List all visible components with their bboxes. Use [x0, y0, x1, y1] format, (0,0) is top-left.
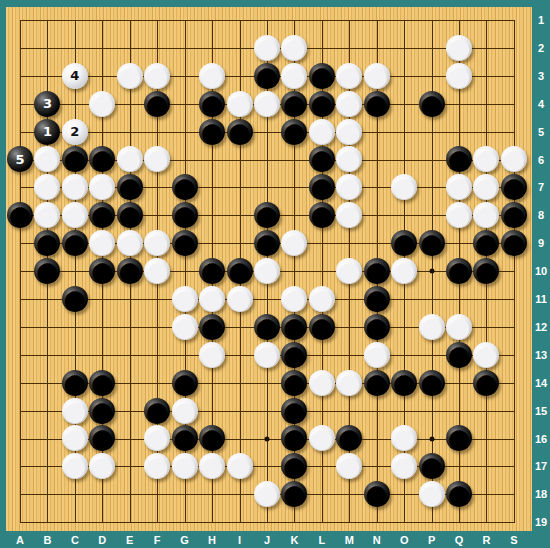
- intersection-J19[interactable]: [253, 508, 280, 536]
- stone-black[interactable]: ●: [281, 342, 307, 368]
- intersection-M2[interactable]: [336, 34, 363, 62]
- stone-white[interactable]: ●: [281, 230, 307, 256]
- intersection-P4[interactable]: ●: [418, 90, 445, 118]
- intersection-G18[interactable]: [171, 480, 198, 508]
- intersection-I14[interactable]: [226, 369, 253, 397]
- intersection-P6[interactable]: [418, 146, 445, 174]
- intersection-N13[interactable]: ●: [363, 341, 390, 369]
- stone-black[interactable]: ●: [172, 202, 198, 228]
- stone-white[interactable]: ●: [144, 63, 170, 89]
- intersection-Q9[interactable]: [445, 229, 472, 257]
- intersection-M8[interactable]: ●: [336, 201, 363, 229]
- intersection-E8[interactable]: ●: [116, 201, 143, 229]
- intersection-O6[interactable]: [390, 146, 417, 174]
- intersection-G11[interactable]: ●: [171, 285, 198, 313]
- intersection-F12[interactable]: [143, 313, 170, 341]
- stone-white[interactable]: ●: [227, 453, 253, 479]
- intersection-Q3[interactable]: ●: [445, 62, 472, 90]
- stone-white[interactable]: ●: [473, 342, 499, 368]
- intersection-B17[interactable]: [34, 452, 61, 480]
- intersection-S4[interactable]: [500, 90, 527, 118]
- intersection-L14[interactable]: ●: [308, 369, 335, 397]
- stone-black[interactable]: 3: [34, 91, 60, 117]
- intersection-E9[interactable]: ●: [116, 229, 143, 257]
- stone-white[interactable]: ●: [199, 63, 225, 89]
- stone-black[interactable]: ●: [501, 230, 527, 256]
- intersection-E15[interactable]: [116, 397, 143, 425]
- intersection-Q16[interactable]: ●: [445, 424, 472, 452]
- intersection-J16[interactable]: [253, 424, 280, 452]
- stone-black[interactable]: ●: [89, 370, 115, 396]
- intersection-P11[interactable]: [418, 285, 445, 313]
- intersection-H6[interactable]: [198, 146, 225, 174]
- intersection-F5[interactable]: [143, 118, 170, 146]
- intersection-F13[interactable]: [143, 341, 170, 369]
- stone-white[interactable]: ●: [446, 314, 472, 340]
- intersection-F8[interactable]: [143, 201, 170, 229]
- intersection-R19[interactable]: [473, 508, 500, 536]
- intersection-K17[interactable]: ●: [281, 452, 308, 480]
- intersection-P8[interactable]: [418, 201, 445, 229]
- intersection-H8[interactable]: [198, 201, 225, 229]
- stone-white[interactable]: ●: [199, 342, 225, 368]
- intersection-C1[interactable]: [61, 6, 88, 34]
- stone-black[interactable]: ●: [446, 481, 472, 507]
- stone-white[interactable]: ●: [281, 286, 307, 312]
- stone-white[interactable]: ●: [117, 230, 143, 256]
- intersection-Q8[interactable]: ●: [445, 201, 472, 229]
- intersection-A7[interactable]: [6, 173, 33, 201]
- intersection-Q17[interactable]: [445, 452, 472, 480]
- intersection-K11[interactable]: ●: [281, 285, 308, 313]
- stone-white[interactable]: ●: [62, 425, 88, 451]
- intersection-R5[interactable]: [473, 118, 500, 146]
- stone-black[interactable]: ●: [281, 425, 307, 451]
- stone-black[interactable]: ●: [446, 146, 472, 172]
- intersection-L6[interactable]: ●: [308, 146, 335, 174]
- stone-white[interactable]: ●: [254, 35, 280, 61]
- intersection-M4[interactable]: ●: [336, 90, 363, 118]
- stone-white[interactable]: ●: [336, 91, 362, 117]
- stone-white[interactable]: ●: [144, 258, 170, 284]
- stone-white[interactable]: ●: [62, 398, 88, 424]
- intersection-B12[interactable]: [34, 313, 61, 341]
- intersection-B19[interactable]: [34, 508, 61, 536]
- intersection-G15[interactable]: ●: [171, 397, 198, 425]
- intersection-P14[interactable]: ●: [418, 369, 445, 397]
- intersection-Q2[interactable]: ●: [445, 34, 472, 62]
- intersection-L7[interactable]: ●: [308, 173, 335, 201]
- intersection-O9[interactable]: ●: [390, 229, 417, 257]
- intersection-G9[interactable]: ●: [171, 229, 198, 257]
- intersection-G13[interactable]: [171, 341, 198, 369]
- stone-black[interactable]: ●: [144, 398, 170, 424]
- intersection-R10[interactable]: ●: [473, 257, 500, 285]
- intersection-K2[interactable]: ●: [281, 34, 308, 62]
- intersection-Q14[interactable]: [445, 369, 472, 397]
- intersection-I9[interactable]: [226, 229, 253, 257]
- intersection-R1[interactable]: [473, 6, 500, 34]
- intersection-N6[interactable]: [363, 146, 390, 174]
- stone-black[interactable]: ●: [254, 314, 280, 340]
- intersection-J13[interactable]: ●: [253, 341, 280, 369]
- stone-white[interactable]: ●: [199, 286, 225, 312]
- stone-black[interactable]: ●: [446, 258, 472, 284]
- intersection-J11[interactable]: [253, 285, 280, 313]
- intersection-C4[interactable]: [61, 90, 88, 118]
- stone-white[interactable]: ●: [391, 453, 417, 479]
- intersection-N14[interactable]: ●: [363, 369, 390, 397]
- stone-black[interactable]: ●: [227, 258, 253, 284]
- intersection-H12[interactable]: ●: [198, 313, 225, 341]
- intersection-S12[interactable]: [500, 313, 527, 341]
- stone-black[interactable]: ●: [419, 230, 445, 256]
- intersection-C17[interactable]: ●: [61, 452, 88, 480]
- intersection-S8[interactable]: ●: [500, 201, 527, 229]
- intersection-J10[interactable]: ●: [253, 257, 280, 285]
- intersection-F11[interactable]: [143, 285, 170, 313]
- stone-black[interactable]: ●: [89, 258, 115, 284]
- intersection-D3[interactable]: [89, 62, 116, 90]
- intersection-B9[interactable]: ●: [34, 229, 61, 257]
- stone-white[interactable]: ●: [89, 91, 115, 117]
- intersection-A8[interactable]: ●: [6, 201, 33, 229]
- stone-white[interactable]: ●: [391, 425, 417, 451]
- stone-white[interactable]: ●: [501, 146, 527, 172]
- intersection-C11[interactable]: ●: [61, 285, 88, 313]
- stone-white[interactable]: ●: [336, 174, 362, 200]
- intersection-G3[interactable]: [171, 62, 198, 90]
- intersection-C13[interactable]: [61, 341, 88, 369]
- stone-black[interactable]: ●: [34, 230, 60, 256]
- stone-white[interactable]: ●: [473, 174, 499, 200]
- intersection-K10[interactable]: [281, 257, 308, 285]
- intersection-E2[interactable]: [116, 34, 143, 62]
- intersection-R4[interactable]: [473, 90, 500, 118]
- intersection-P19[interactable]: [418, 508, 445, 536]
- intersection-A18[interactable]: [6, 480, 33, 508]
- stone-black[interactable]: ●: [254, 63, 280, 89]
- intersection-M1[interactable]: [336, 6, 363, 34]
- intersection-S11[interactable]: [500, 285, 527, 313]
- intersection-B14[interactable]: [34, 369, 61, 397]
- stone-black[interactable]: 1: [34, 119, 60, 145]
- stone-white[interactable]: ●: [419, 314, 445, 340]
- intersection-O15[interactable]: [390, 397, 417, 425]
- intersection-Q5[interactable]: [445, 118, 472, 146]
- stone-black[interactable]: 5: [7, 146, 33, 172]
- intersection-O8[interactable]: [390, 201, 417, 229]
- intersection-C15[interactable]: ●: [61, 397, 88, 425]
- intersection-C8[interactable]: ●: [61, 201, 88, 229]
- intersection-A3[interactable]: [6, 62, 33, 90]
- intersection-A17[interactable]: [6, 452, 33, 480]
- intersection-K7[interactable]: [281, 173, 308, 201]
- intersection-N4[interactable]: ●: [363, 90, 390, 118]
- intersection-L8[interactable]: ●: [308, 201, 335, 229]
- intersection-L18[interactable]: [308, 480, 335, 508]
- intersection-Q1[interactable]: [445, 6, 472, 34]
- intersection-M19[interactable]: [336, 508, 363, 536]
- intersection-N12[interactable]: ●: [363, 313, 390, 341]
- intersection-A16[interactable]: [6, 424, 33, 452]
- intersection-R2[interactable]: [473, 34, 500, 62]
- stone-white[interactable]: ●: [309, 370, 335, 396]
- stone-white[interactable]: ●: [254, 342, 280, 368]
- intersection-I5[interactable]: ●: [226, 118, 253, 146]
- intersection-C3[interactable]: 4: [61, 62, 88, 90]
- intersection-M16[interactable]: ●: [336, 424, 363, 452]
- stone-black[interactable]: ●: [89, 398, 115, 424]
- stone-black[interactable]: ●: [419, 91, 445, 117]
- intersection-L9[interactable]: [308, 229, 335, 257]
- stone-black[interactable]: ●: [446, 425, 472, 451]
- intersection-D16[interactable]: ●: [89, 424, 116, 452]
- intersection-F7[interactable]: [143, 173, 170, 201]
- intersection-D6[interactable]: ●: [89, 146, 116, 174]
- stone-white[interactable]: ●: [446, 174, 472, 200]
- intersection-C9[interactable]: ●: [61, 229, 88, 257]
- intersection-R17[interactable]: [473, 452, 500, 480]
- stone-white[interactable]: ●: [254, 258, 280, 284]
- intersection-B3[interactable]: [34, 62, 61, 90]
- intersection-H7[interactable]: [198, 173, 225, 201]
- intersection-O12[interactable]: [390, 313, 417, 341]
- stone-white[interactable]: ●: [34, 202, 60, 228]
- intersection-C10[interactable]: [61, 257, 88, 285]
- intersection-I11[interactable]: ●: [226, 285, 253, 313]
- stone-black[interactable]: ●: [117, 202, 143, 228]
- intersection-M10[interactable]: ●: [336, 257, 363, 285]
- stone-black[interactable]: ●: [473, 230, 499, 256]
- intersection-L3[interactable]: ●: [308, 62, 335, 90]
- stone-black[interactable]: ●: [62, 146, 88, 172]
- stone-white[interactable]: ●: [446, 35, 472, 61]
- intersection-R13[interactable]: ●: [473, 341, 500, 369]
- stone-black[interactable]: ●: [117, 174, 143, 200]
- intersection-C2[interactable]: [61, 34, 88, 62]
- stone-black[interactable]: ●: [364, 286, 390, 312]
- intersection-J2[interactable]: ●: [253, 34, 280, 62]
- stone-black[interactable]: ●: [144, 91, 170, 117]
- intersection-J12[interactable]: ●: [253, 313, 280, 341]
- stone-black[interactable]: ●: [364, 258, 390, 284]
- intersection-G2[interactable]: [171, 34, 198, 62]
- intersection-M3[interactable]: ●: [336, 62, 363, 90]
- intersection-E17[interactable]: [116, 452, 143, 480]
- intersection-D5[interactable]: [89, 118, 116, 146]
- stone-black[interactable]: ●: [7, 202, 33, 228]
- stone-black[interactable]: ●: [172, 425, 198, 451]
- intersection-S6[interactable]: ●: [500, 146, 527, 174]
- intersection-A6[interactable]: 5: [6, 146, 33, 174]
- intersection-Q12[interactable]: ●: [445, 313, 472, 341]
- intersection-R7[interactable]: ●: [473, 173, 500, 201]
- stone-black[interactable]: ●: [199, 314, 225, 340]
- intersection-P12[interactable]: ●: [418, 313, 445, 341]
- intersection-F16[interactable]: ●: [143, 424, 170, 452]
- intersection-I19[interactable]: [226, 508, 253, 536]
- intersection-L10[interactable]: [308, 257, 335, 285]
- stone-white[interactable]: ●: [309, 286, 335, 312]
- intersection-O18[interactable]: [390, 480, 417, 508]
- intersection-B8[interactable]: ●: [34, 201, 61, 229]
- intersection-C16[interactable]: ●: [61, 424, 88, 452]
- intersection-H14[interactable]: [198, 369, 225, 397]
- stone-white[interactable]: ●: [144, 146, 170, 172]
- intersection-D7[interactable]: ●: [89, 173, 116, 201]
- intersection-P13[interactable]: [418, 341, 445, 369]
- intersection-F14[interactable]: [143, 369, 170, 397]
- intersection-J6[interactable]: [253, 146, 280, 174]
- stone-black[interactable]: ●: [227, 119, 253, 145]
- stone-black[interactable]: ●: [281, 370, 307, 396]
- stone-black[interactable]: ●: [281, 398, 307, 424]
- intersection-H5[interactable]: ●: [198, 118, 225, 146]
- intersection-L16[interactable]: ●: [308, 424, 335, 452]
- intersection-L13[interactable]: [308, 341, 335, 369]
- intersection-J9[interactable]: ●: [253, 229, 280, 257]
- intersection-I10[interactable]: ●: [226, 257, 253, 285]
- intersection-N7[interactable]: [363, 173, 390, 201]
- intersection-P1[interactable]: [418, 6, 445, 34]
- intersection-I15[interactable]: [226, 397, 253, 425]
- intersection-I6[interactable]: [226, 146, 253, 174]
- intersection-F1[interactable]: [143, 6, 170, 34]
- intersection-N19[interactable]: [363, 508, 390, 536]
- intersection-D4[interactable]: ●: [89, 90, 116, 118]
- intersection-Q10[interactable]: ●: [445, 257, 472, 285]
- intersection-A12[interactable]: [6, 313, 33, 341]
- intersection-H18[interactable]: [198, 480, 225, 508]
- intersection-K18[interactable]: ●: [281, 480, 308, 508]
- go-board[interactable]: ●●●4●●●●●●●●●3●●●●●●●●●●12●●●●●5●●●●●●●●…: [0, 0, 550, 548]
- intersection-D10[interactable]: ●: [89, 257, 116, 285]
- intersection-S1[interactable]: [500, 6, 527, 34]
- stone-white[interactable]: ●: [144, 230, 170, 256]
- intersection-Q15[interactable]: [445, 397, 472, 425]
- intersection-F10[interactable]: ●: [143, 257, 170, 285]
- intersection-D15[interactable]: ●: [89, 397, 116, 425]
- intersection-N5[interactable]: [363, 118, 390, 146]
- intersection-K5[interactable]: ●: [281, 118, 308, 146]
- stone-black[interactable]: ●: [281, 119, 307, 145]
- intersection-C19[interactable]: [61, 508, 88, 536]
- intersection-H10[interactable]: ●: [198, 257, 225, 285]
- intersection-E5[interactable]: [116, 118, 143, 146]
- stone-black[interactable]: ●: [199, 119, 225, 145]
- intersection-A14[interactable]: [6, 369, 33, 397]
- intersection-M7[interactable]: ●: [336, 173, 363, 201]
- intersection-F6[interactable]: ●: [143, 146, 170, 174]
- stone-white[interactable]: ●: [419, 481, 445, 507]
- intersection-M9[interactable]: [336, 229, 363, 257]
- stone-black[interactable]: ●: [89, 202, 115, 228]
- stone-white[interactable]: ●: [336, 119, 362, 145]
- stone-black[interactable]: ●: [419, 453, 445, 479]
- intersection-B1[interactable]: [34, 6, 61, 34]
- intersection-K12[interactable]: ●: [281, 313, 308, 341]
- intersection-I16[interactable]: [226, 424, 253, 452]
- intersection-Q6[interactable]: ●: [445, 146, 472, 174]
- stone-white[interactable]: ●: [34, 146, 60, 172]
- intersection-S17[interactable]: [500, 452, 527, 480]
- intersection-C18[interactable]: [61, 480, 88, 508]
- intersection-Q4[interactable]: [445, 90, 472, 118]
- stone-white[interactable]: ●: [336, 63, 362, 89]
- intersection-S18[interactable]: [500, 480, 527, 508]
- stone-black[interactable]: ●: [391, 370, 417, 396]
- intersection-J3[interactable]: ●: [253, 62, 280, 90]
- intersection-B16[interactable]: [34, 424, 61, 452]
- intersection-L1[interactable]: [308, 6, 335, 34]
- stone-white[interactable]: ●: [89, 230, 115, 256]
- stone-black[interactable]: ●: [281, 481, 307, 507]
- intersection-H13[interactable]: ●: [198, 341, 225, 369]
- intersection-J7[interactable]: [253, 173, 280, 201]
- stone-black[interactable]: ●: [89, 425, 115, 451]
- stone-black[interactable]: ●: [199, 91, 225, 117]
- intersection-I13[interactable]: [226, 341, 253, 369]
- stone-black[interactable]: ●: [309, 63, 335, 89]
- stone-white[interactable]: ●: [336, 146, 362, 172]
- intersection-J15[interactable]: [253, 397, 280, 425]
- intersection-E7[interactable]: ●: [116, 173, 143, 201]
- stone-white[interactable]: ●: [172, 453, 198, 479]
- stone-white[interactable]: ●: [89, 453, 115, 479]
- intersection-M6[interactable]: ●: [336, 146, 363, 174]
- intersection-P5[interactable]: [418, 118, 445, 146]
- intersection-E11[interactable]: [116, 285, 143, 313]
- stone-black[interactable]: ●: [309, 202, 335, 228]
- intersection-H9[interactable]: [198, 229, 225, 257]
- stone-black[interactable]: ●: [62, 286, 88, 312]
- stone-white[interactable]: ●: [199, 453, 225, 479]
- intersection-P9[interactable]: ●: [418, 229, 445, 257]
- intersection-G7[interactable]: ●: [171, 173, 198, 201]
- intersection-F4[interactable]: ●: [143, 90, 170, 118]
- intersection-N9[interactable]: [363, 229, 390, 257]
- intersection-L11[interactable]: ●: [308, 285, 335, 313]
- stone-white[interactable]: 4: [62, 63, 88, 89]
- intersection-E10[interactable]: ●: [116, 257, 143, 285]
- stone-white[interactable]: ●: [172, 398, 198, 424]
- intersection-G5[interactable]: [171, 118, 198, 146]
- intersection-B4[interactable]: 3: [34, 90, 61, 118]
- intersection-K6[interactable]: [281, 146, 308, 174]
- stone-black[interactable]: ●: [419, 370, 445, 396]
- stone-black[interactable]: ●: [172, 174, 198, 200]
- intersection-R3[interactable]: [473, 62, 500, 90]
- stone-white[interactable]: ●: [172, 286, 198, 312]
- intersection-F9[interactable]: ●: [143, 229, 170, 257]
- intersection-M14[interactable]: ●: [336, 369, 363, 397]
- intersection-P3[interactable]: [418, 62, 445, 90]
- intersection-H17[interactable]: ●: [198, 452, 225, 480]
- intersection-I17[interactable]: ●: [226, 452, 253, 480]
- intersection-S14[interactable]: [500, 369, 527, 397]
- intersection-D2[interactable]: [89, 34, 116, 62]
- intersection-A1[interactable]: [6, 6, 33, 34]
- stone-white[interactable]: ●: [227, 286, 253, 312]
- intersection-E14[interactable]: [116, 369, 143, 397]
- intersection-D17[interactable]: ●: [89, 452, 116, 480]
- stone-white[interactable]: ●: [473, 146, 499, 172]
- intersection-Q18[interactable]: ●: [445, 480, 472, 508]
- intersection-E1[interactable]: [116, 6, 143, 34]
- intersection-I4[interactable]: ●: [226, 90, 253, 118]
- intersection-G17[interactable]: ●: [171, 452, 198, 480]
